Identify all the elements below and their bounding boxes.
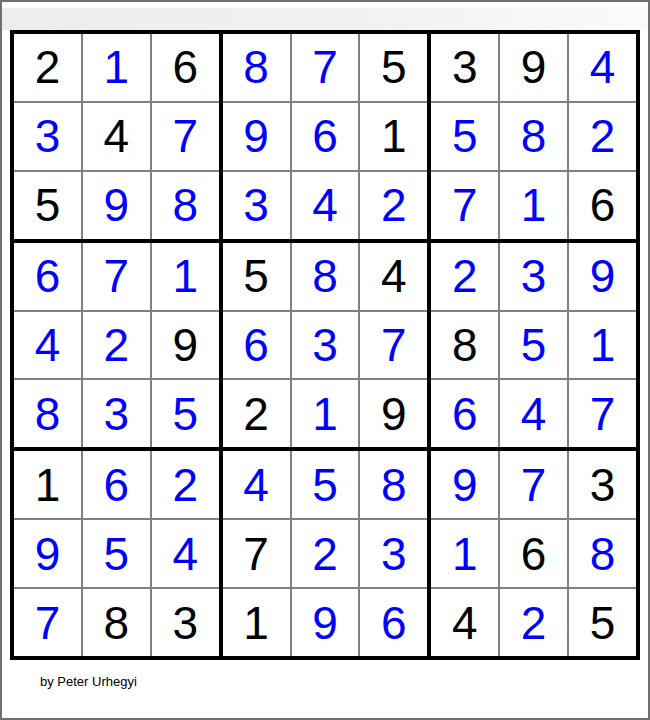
cell-r7c1[interactable]: 1	[14, 451, 81, 518]
credit-text: by Peter Urhegyi	[40, 674, 137, 689]
cell-r1c7[interactable]: 3	[431, 34, 498, 101]
cell-r7c2[interactable]: 6	[83, 451, 150, 518]
cell-r7c8[interactable]: 7	[500, 451, 567, 518]
cell-r2c1[interactable]: 3	[14, 103, 81, 170]
cell-r7c9[interactable]: 3	[569, 451, 636, 518]
cell-r7c6[interactable]: 8	[360, 451, 427, 518]
cell-r2c3[interactable]: 7	[152, 103, 219, 170]
cell-r6c9[interactable]: 7	[569, 380, 636, 447]
block-3-2: 458723196	[223, 451, 428, 656]
cell-r1c5[interactable]: 7	[292, 34, 359, 101]
cell-r4c8[interactable]: 3	[500, 243, 567, 310]
cell-r5c7[interactable]: 8	[431, 312, 498, 379]
cell-r9c4[interactable]: 1	[223, 589, 290, 656]
cell-r9c8[interactable]: 2	[500, 589, 567, 656]
cell-r3c9[interactable]: 6	[569, 172, 636, 239]
cell-r4c5[interactable]: 8	[292, 243, 359, 310]
cell-r6c8[interactable]: 4	[500, 380, 567, 447]
cell-r9c9[interactable]: 5	[569, 589, 636, 656]
cell-r1c9[interactable]: 4	[569, 34, 636, 101]
block-1-2: 875961342	[223, 34, 428, 239]
cell-r7c5[interactable]: 5	[292, 451, 359, 518]
cell-r8c7[interactable]: 1	[431, 520, 498, 587]
page-frame: 2163475988759613423945827166714298355846…	[0, 0, 650, 720]
block-2-1: 671429835	[14, 243, 219, 448]
cell-r2c5[interactable]: 6	[292, 103, 359, 170]
cell-r4c2[interactable]: 7	[83, 243, 150, 310]
cell-r1c6[interactable]: 5	[360, 34, 427, 101]
cell-r5c6[interactable]: 7	[360, 312, 427, 379]
cell-r4c1[interactable]: 6	[14, 243, 81, 310]
block-1-1: 216347598	[14, 34, 219, 239]
cell-r1c1[interactable]: 2	[14, 34, 81, 101]
block-3-3: 973168425	[431, 451, 636, 656]
cell-r5c5[interactable]: 3	[292, 312, 359, 379]
cell-r6c3[interactable]: 5	[152, 380, 219, 447]
cell-r5c3[interactable]: 9	[152, 312, 219, 379]
cell-r8c9[interactable]: 8	[569, 520, 636, 587]
cell-r7c7[interactable]: 9	[431, 451, 498, 518]
cell-r3c8[interactable]: 1	[500, 172, 567, 239]
cell-r6c2[interactable]: 3	[83, 380, 150, 447]
cell-r8c3[interactable]: 4	[152, 520, 219, 587]
cell-r8c5[interactable]: 2	[292, 520, 359, 587]
cell-r2c6[interactable]: 1	[360, 103, 427, 170]
cell-r4c4[interactable]: 5	[223, 243, 290, 310]
cell-r6c4[interactable]: 2	[223, 380, 290, 447]
cell-r3c6[interactable]: 2	[360, 172, 427, 239]
cell-r2c7[interactable]: 5	[431, 103, 498, 170]
cell-r5c4[interactable]: 6	[223, 312, 290, 379]
cell-r1c2[interactable]: 1	[83, 34, 150, 101]
cell-r5c8[interactable]: 5	[500, 312, 567, 379]
sudoku-board: 2163475988759613423945827166714298355846…	[10, 30, 640, 660]
block-3-1: 162954783	[14, 451, 219, 656]
cell-r1c3[interactable]: 6	[152, 34, 219, 101]
cell-r3c7[interactable]: 7	[431, 172, 498, 239]
cell-r3c4[interactable]: 3	[223, 172, 290, 239]
cell-r9c6[interactable]: 6	[360, 589, 427, 656]
cell-r4c6[interactable]: 4	[360, 243, 427, 310]
cell-r3c1[interactable]: 5	[14, 172, 81, 239]
window-top-band	[2, 8, 648, 30]
block-2-3: 239851647	[431, 243, 636, 448]
cell-r8c8[interactable]: 6	[500, 520, 567, 587]
cell-r3c5[interactable]: 4	[292, 172, 359, 239]
cell-r9c5[interactable]: 9	[292, 589, 359, 656]
cell-r4c9[interactable]: 9	[569, 243, 636, 310]
cell-r9c3[interactable]: 3	[152, 589, 219, 656]
cell-r1c4[interactable]: 8	[223, 34, 290, 101]
cell-r1c8[interactable]: 9	[500, 34, 567, 101]
cell-r9c1[interactable]: 7	[14, 589, 81, 656]
cell-r8c4[interactable]: 7	[223, 520, 290, 587]
cell-r9c7[interactable]: 4	[431, 589, 498, 656]
cell-r8c2[interactable]: 5	[83, 520, 150, 587]
block-2-2: 584637219	[223, 243, 428, 448]
cell-r8c6[interactable]: 3	[360, 520, 427, 587]
cell-r2c8[interactable]: 8	[500, 103, 567, 170]
block-1-3: 394582716	[431, 34, 636, 239]
cell-r2c9[interactable]: 2	[569, 103, 636, 170]
cell-r2c2[interactable]: 4	[83, 103, 150, 170]
cell-r3c3[interactable]: 8	[152, 172, 219, 239]
cell-r5c9[interactable]: 1	[569, 312, 636, 379]
cell-r8c1[interactable]: 9	[14, 520, 81, 587]
cell-r4c7[interactable]: 2	[431, 243, 498, 310]
cell-r5c1[interactable]: 4	[14, 312, 81, 379]
cell-r6c6[interactable]: 9	[360, 380, 427, 447]
cell-r6c7[interactable]: 6	[431, 380, 498, 447]
cell-r7c4[interactable]: 4	[223, 451, 290, 518]
cell-r6c1[interactable]: 8	[14, 380, 81, 447]
cell-r6c5[interactable]: 1	[292, 380, 359, 447]
cell-r4c3[interactable]: 1	[152, 243, 219, 310]
cell-r3c2[interactable]: 9	[83, 172, 150, 239]
cell-r2c4[interactable]: 9	[223, 103, 290, 170]
cell-r5c2[interactable]: 2	[83, 312, 150, 379]
cell-r7c3[interactable]: 2	[152, 451, 219, 518]
cell-r9c2[interactable]: 8	[83, 589, 150, 656]
